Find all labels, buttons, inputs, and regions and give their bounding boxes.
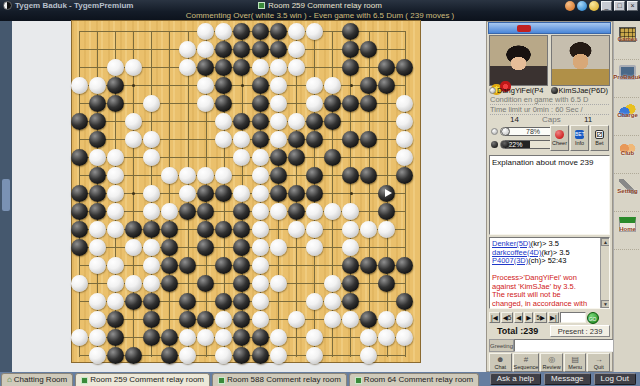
black-stone <box>360 257 377 274</box>
game-result-subtitle: Commenting Over( white 3.5 win ) - Even … <box>0 11 640 20</box>
black-stone <box>288 185 305 202</box>
last-move-marker <box>385 189 396 197</box>
black-stone <box>89 131 106 148</box>
white-stone <box>143 185 160 202</box>
white-stone <box>71 275 88 292</box>
white-stone <box>125 113 142 130</box>
white-stone <box>306 239 323 256</box>
title-bar: Tygem Baduk - TygemPremium Room 259 Comm… <box>0 0 640 21</box>
white-stone <box>306 347 323 364</box>
white-stone <box>324 293 341 310</box>
sidebar-item-probaduk[interactable]: ProBaduk <box>614 62 640 98</box>
black-stone <box>360 77 377 94</box>
star-point <box>241 84 244 87</box>
black-stone <box>270 23 287 40</box>
black-stone <box>252 23 269 40</box>
white-stone <box>215 347 232 364</box>
white-stone <box>306 293 323 310</box>
white-stone <box>252 257 269 274</box>
white-stone <box>306 77 323 94</box>
white-stone <box>89 77 106 94</box>
black-stone <box>270 185 287 202</box>
black-stone <box>179 311 196 328</box>
white-stone <box>233 131 250 148</box>
black-stone <box>324 149 341 166</box>
white-stone <box>89 257 106 274</box>
sidebar-item-charge[interactable]: Charge <box>614 100 640 136</box>
system-message: Process>'DangYiFei' wonagainst 'KimSJae'… <box>492 274 599 309</box>
white-stone <box>306 203 323 220</box>
minimize-button[interactable]: _ <box>601 1 612 11</box>
black-stone <box>270 149 287 166</box>
white-stone <box>342 203 359 220</box>
white-stone <box>197 77 214 94</box>
black-player-name: KimSJae(P6D) <box>550 85 612 95</box>
white-stone-icon <box>491 128 498 135</box>
quit-button[interactable]: →Quit <box>587 353 610 372</box>
chat-username[interactable]: P4007(3D) <box>492 256 528 265</box>
sidebar-item-club[interactable]: Club <box>614 138 640 174</box>
sequence-button[interactable]: #Sequence <box>513 353 540 372</box>
black-stone <box>252 347 269 364</box>
black-stone <box>215 77 232 94</box>
black-stone <box>324 95 341 112</box>
game-info-panel: DangYiFei(P4 KimSJae(P6D) Condition en g… <box>486 21 613 372</box>
site-sidebar: GamesProBadukChargeClubSettingHome <box>613 21 640 372</box>
white-stone <box>143 203 160 220</box>
review-button[interactable]: ◎Review <box>540 353 563 372</box>
quit-icon: → <box>595 356 603 364</box>
white-stone <box>197 167 214 184</box>
white-stone <box>107 149 124 166</box>
web-orb-icon[interactable] <box>577 1 587 11</box>
white-stone <box>252 149 269 166</box>
black-stone <box>233 329 250 346</box>
white-stone <box>89 293 106 310</box>
black-stone <box>197 311 214 328</box>
tab-chatting-room[interactable]: ⌂Chatting Room <box>1 373 73 386</box>
black-stone <box>71 221 88 238</box>
white-stone <box>215 131 232 148</box>
white-stone <box>125 239 142 256</box>
black-stone <box>396 59 413 76</box>
black-stone <box>89 95 106 112</box>
black-stone <box>197 239 214 256</box>
white-stone <box>270 95 287 112</box>
footer-buttons: Ask a helpMessageLog Out <box>490 373 636 385</box>
cheer-info-bet-buttons: CheerBETInfo⚂Bet <box>550 125 609 151</box>
black-stone <box>215 257 232 274</box>
star-point <box>132 84 135 87</box>
black-stone <box>107 311 124 328</box>
white-stone <box>89 221 106 238</box>
black-stone <box>252 41 269 58</box>
white-stone <box>306 95 323 112</box>
scroll-down-icon[interactable]: ▼ <box>601 300 610 308</box>
black-stone <box>215 185 232 202</box>
black-stone <box>270 41 287 58</box>
chat-scrollbar[interactable]: ▲ ▼ <box>600 238 609 308</box>
black-stone <box>161 329 178 346</box>
black-stone <box>233 311 250 328</box>
black-stone <box>233 275 250 292</box>
white-stone <box>215 311 232 328</box>
white-stone <box>89 311 106 328</box>
white-stone <box>306 23 323 40</box>
white-stone <box>324 77 341 94</box>
black-stone <box>161 239 178 256</box>
sidebar-item-setting[interactable]: Setting <box>614 176 640 212</box>
room-title: Room 259 Comment relay room <box>258 1 382 10</box>
white-stone <box>270 131 287 148</box>
go-button[interactable]: GO <box>587 312 599 324</box>
white-stone <box>396 311 413 328</box>
sequence-icon: # <box>524 356 528 364</box>
tab-room-64[interactable]: Room 64 Comment relay room <box>349 373 479 386</box>
slider-knob[interactable] <box>501 127 510 136</box>
black-stone <box>378 257 395 274</box>
black-stone <box>107 95 124 112</box>
black-stone <box>197 185 214 202</box>
black-stone <box>89 203 106 220</box>
white-stone <box>396 149 413 166</box>
white-stone <box>270 239 287 256</box>
black-stone <box>233 347 250 364</box>
white-stone <box>233 185 250 202</box>
white-stone <box>179 329 196 346</box>
app-icon <box>3 1 12 10</box>
white-stone <box>179 59 196 76</box>
white-stone <box>89 329 106 346</box>
white-player-photo <box>489 35 548 86</box>
white-stone <box>125 275 142 292</box>
black-stone <box>107 329 124 346</box>
white-stone <box>342 311 359 328</box>
white-captures: 14 <box>510 115 519 124</box>
black-stone <box>179 293 196 310</box>
star-point <box>350 192 353 195</box>
white-stone <box>107 185 124 202</box>
white-stone <box>143 239 160 256</box>
white-stone <box>342 239 359 256</box>
chat-icon: ☻ <box>496 356 504 364</box>
white-stone <box>143 149 160 166</box>
chat-button[interactable]: ☻Chat <box>489 353 512 372</box>
black-stone <box>161 347 178 364</box>
black-stone <box>197 59 214 76</box>
white-stone <box>270 347 287 364</box>
left-scroll-strip[interactable] <box>0 21 12 372</box>
panel-bottom-buttons: ☻Chat#Sequence◎Review▤Menu→Quit <box>489 353 610 372</box>
black-stone <box>233 257 250 274</box>
white-stone <box>270 329 287 346</box>
log-out-button[interactable]: Log Out <box>594 373 636 385</box>
live-badge <box>517 25 531 32</box>
black-stone <box>288 131 305 148</box>
black-stone <box>342 131 359 148</box>
black-stone <box>342 275 359 292</box>
chat-log[interactable]: Denker(5D)(kr)> 3.5darkcoffee(4D)(kr)> 3… <box>489 237 610 309</box>
white-stone <box>306 221 323 238</box>
black-stone <box>378 185 395 202</box>
white-stone <box>107 203 124 220</box>
chat-line: P4007(3D)(ch)> 52:43 <box>492 257 599 266</box>
white-stone <box>378 311 395 328</box>
black-stone <box>378 203 395 220</box>
black-stone <box>143 311 160 328</box>
greeting-label: Greeting <box>489 339 514 352</box>
board-icon <box>81 377 88 384</box>
black-stone <box>71 149 88 166</box>
black-stone <box>197 275 214 292</box>
black-stone <box>288 149 305 166</box>
black-stone <box>252 113 269 130</box>
white-stone <box>288 311 305 328</box>
white-stone <box>378 329 395 346</box>
black-stone <box>215 95 232 112</box>
app-title: Tygem Baduk - TygemPremium <box>15 1 133 10</box>
white-stone <box>89 149 106 166</box>
white-stone <box>270 113 287 130</box>
white-stone <box>252 221 269 238</box>
star-point <box>132 192 135 195</box>
black-stone <box>360 95 377 112</box>
black-stone <box>396 167 413 184</box>
present-move: Present : 239 <box>550 325 610 337</box>
white-stone <box>179 167 196 184</box>
white-stone <box>215 167 232 184</box>
black-stone <box>270 167 287 184</box>
move-number-input[interactable] <box>560 312 586 323</box>
black-stone <box>143 329 160 346</box>
black-stone <box>233 221 250 238</box>
black-stone <box>215 293 232 310</box>
black-stone <box>161 221 178 238</box>
maximize-button[interactable]: □ <box>614 1 625 11</box>
white-stone <box>107 221 124 238</box>
sidebar-item-games[interactable]: Games <box>614 24 640 60</box>
black-stone <box>143 293 160 310</box>
total-moves: Total :239 <box>497 326 538 336</box>
black-stone <box>89 113 106 130</box>
white-stone <box>252 293 269 310</box>
dice-icon: ⚂ <box>595 130 604 139</box>
black-stone <box>342 167 359 184</box>
white-stone <box>107 293 124 310</box>
white-stone <box>252 275 269 292</box>
caps-label: Caps <box>542 115 561 124</box>
panel-header-bar <box>488 22 611 34</box>
app-window: Tygem Baduk - TygemPremium Room 259 Comm… <box>0 0 640 386</box>
black-stone <box>107 77 124 94</box>
black-stone <box>252 329 269 346</box>
board-icon <box>355 377 362 384</box>
black-stone <box>306 185 323 202</box>
white-stone <box>143 131 160 148</box>
menu-icon: ▤ <box>571 356 579 364</box>
white-stone <box>125 131 142 148</box>
black-stone <box>360 167 377 184</box>
white-stone <box>143 275 160 292</box>
move-explanation-box[interactable]: Explanation about move 239 <box>489 155 610 235</box>
white-stone <box>360 329 377 346</box>
menu-button[interactable]: ▤Menu <box>564 353 587 372</box>
black-stone <box>233 59 250 76</box>
white-stone <box>215 23 232 40</box>
black-stone-icon <box>491 141 498 148</box>
nav--button[interactable]: ▶ <box>524 312 533 323</box>
white-stone <box>89 347 106 364</box>
black-stone <box>342 95 359 112</box>
black-stone <box>233 113 250 130</box>
white-stone <box>107 275 124 292</box>
white-stone <box>342 221 359 238</box>
white-stone <box>270 203 287 220</box>
black-stone <box>161 257 178 274</box>
slider-knob[interactable] <box>501 140 510 149</box>
move-nav-controls: |◀◀5◀▶5▶▶|GO <box>489 311 610 324</box>
white-stone <box>288 221 305 238</box>
sidebar-item-home[interactable]: Home <box>614 214 640 250</box>
white-stone <box>143 95 160 112</box>
white-stone <box>197 23 214 40</box>
black-stone <box>197 203 214 220</box>
black-player-photo <box>551 35 610 86</box>
red-stone-icon <box>555 130 564 139</box>
white-stone <box>252 185 269 202</box>
white-stone <box>161 203 178 220</box>
black-stone <box>306 113 323 130</box>
black-stone <box>89 185 106 202</box>
black-stone <box>179 203 196 220</box>
black-stone <box>143 221 160 238</box>
white-stone <box>215 113 232 130</box>
white-stone <box>270 59 287 76</box>
review-icon: ◎ <box>548 356 555 364</box>
white-stone <box>71 77 88 94</box>
nav--button[interactable]: ▶| <box>548 312 559 323</box>
white-stone <box>179 347 196 364</box>
white-stone <box>270 275 287 292</box>
help-orb-icon[interactable] <box>565 1 575 11</box>
black-stone <box>342 41 359 58</box>
white-stone <box>107 257 124 274</box>
nav--button[interactable]: |◀ <box>489 312 500 323</box>
white-stone <box>252 239 269 256</box>
black-stone <box>396 293 413 310</box>
scroll-up-icon[interactable]: ▲ <box>601 238 610 246</box>
white-stone <box>125 59 142 76</box>
scroll-thumb[interactable] <box>2 179 10 211</box>
nav-5-button[interactable]: ◀5 <box>501 312 514 323</box>
bet-blue-icon: BET <box>575 130 584 139</box>
black-stone <box>252 77 269 94</box>
black-stone <box>215 59 232 76</box>
black-stone <box>233 41 250 58</box>
black-stone <box>233 203 250 220</box>
white-stone <box>252 311 269 328</box>
white-stone <box>197 41 214 58</box>
white-stone <box>252 59 269 76</box>
black-stone <box>215 221 232 238</box>
black-stone <box>360 131 377 148</box>
house-icon: ⌂ <box>7 374 12 386</box>
black-stone <box>378 59 395 76</box>
black-stone <box>342 59 359 76</box>
white-stone <box>107 167 124 184</box>
black-stone <box>378 77 395 94</box>
nav-5-button[interactable]: 5▶ <box>534 312 547 323</box>
white-stone <box>360 221 377 238</box>
black-stone <box>396 257 413 274</box>
bet-button[interactable]: ⚂Bet <box>590 125 609 151</box>
black-stone <box>71 239 88 256</box>
white-stone <box>270 77 287 94</box>
white-stone <box>215 329 232 346</box>
white-stone <box>396 95 413 112</box>
black-captures: 11 <box>584 115 592 124</box>
white-stone <box>179 41 196 58</box>
black-stone <box>342 257 359 274</box>
time-limit-text: Time limit ur 0min : 60 Sec / <box>490 105 609 115</box>
white-player-name: DangYiFei(P4 <box>488 85 550 95</box>
black-stone <box>342 23 359 40</box>
info-button[interactable]: BETInfo <box>570 125 589 151</box>
white-stone <box>288 23 305 40</box>
go-board[interactable] <box>72 21 420 362</box>
board-icon <box>258 2 265 9</box>
close-button[interactable]: × <box>627 1 638 11</box>
black-stone <box>125 347 142 364</box>
white-stone <box>197 329 214 346</box>
white-stone <box>378 221 395 238</box>
black-stone <box>71 113 88 130</box>
black-stone <box>306 167 323 184</box>
keys-orb-icon[interactable] <box>589 1 599 11</box>
white-stone <box>252 203 269 220</box>
tab-room-259[interactable]: Room 259 Comment relay room <box>75 373 210 386</box>
black-stone <box>360 311 377 328</box>
black-stone <box>125 293 142 310</box>
black-stone <box>342 293 359 310</box>
black-stone <box>360 41 377 58</box>
black-stone <box>89 167 106 184</box>
white-stone <box>324 275 341 292</box>
ask-a-help-button[interactable]: Ask a help <box>490 373 541 385</box>
board-icon <box>218 377 225 384</box>
star-point <box>350 84 353 87</box>
white-stone <box>161 167 178 184</box>
nav--button[interactable]: ◀ <box>514 312 523 323</box>
tab-room-588[interactable]: Room 588 Comment relay room <box>212 373 347 386</box>
black-stone <box>215 41 232 58</box>
black-stone <box>378 275 395 292</box>
white-stone <box>324 203 341 220</box>
message-button[interactable]: Message <box>544 373 590 385</box>
white-stone <box>396 113 413 130</box>
condition-text: Condition en game with 6.5 D <box>490 95 609 105</box>
black-stone <box>161 275 178 292</box>
black-stone <box>306 131 323 148</box>
white-stone-icon <box>489 87 496 94</box>
black-stone <box>233 293 250 310</box>
white-stone <box>360 347 377 364</box>
black-stone <box>252 95 269 112</box>
cheer-button[interactable]: Cheer <box>550 125 569 151</box>
white-stone <box>288 41 305 58</box>
white-stone <box>179 185 196 202</box>
black-stone-icon <box>551 87 558 94</box>
